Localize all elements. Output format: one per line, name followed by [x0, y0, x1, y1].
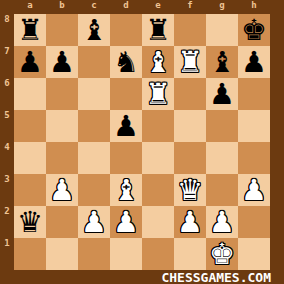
square-a8[interactable]: ♜	[14, 14, 46, 46]
black-pawn-h7: ♟	[241, 46, 267, 78]
black-queen-a2: ♛	[17, 206, 43, 238]
square-c3[interactable]	[78, 174, 110, 206]
square-f7[interactable]: ♜	[174, 46, 206, 78]
square-b8[interactable]	[46, 14, 78, 46]
file-label-d: d	[110, 0, 142, 14]
square-h5[interactable]	[238, 110, 270, 142]
square-c1[interactable]	[78, 238, 110, 270]
square-d6[interactable]	[110, 78, 142, 110]
white-rook-e6: ♜	[145, 78, 171, 110]
rank-label-2: 2	[0, 206, 14, 238]
white-pawn-h3: ♟	[241, 174, 267, 206]
white-pawn-g2: ♟	[209, 206, 235, 238]
square-f1[interactable]	[174, 238, 206, 270]
square-e2[interactable]	[142, 206, 174, 238]
chess-diagram: abcdefgh 87654321 ♜♝♜♚♟♟♞♝♜♝♟♜♟♟♟♝♛♟♛♟♟♟…	[0, 0, 284, 284]
square-c8[interactable]: ♝	[78, 14, 110, 46]
square-c4[interactable]	[78, 142, 110, 174]
square-b2[interactable]	[46, 206, 78, 238]
white-pawn-c2: ♟	[81, 206, 107, 238]
white-rook-f7: ♜	[177, 46, 203, 78]
rank-label-8: 8	[0, 14, 14, 46]
square-h6[interactable]	[238, 78, 270, 110]
square-g3[interactable]	[206, 174, 238, 206]
rank-label-7: 7	[0, 46, 14, 78]
square-e4[interactable]	[142, 142, 174, 174]
square-d7[interactable]: ♞	[110, 46, 142, 78]
square-c6[interactable]	[78, 78, 110, 110]
file-label-g: g	[206, 0, 238, 14]
square-c5[interactable]	[78, 110, 110, 142]
square-e6[interactable]: ♜	[142, 78, 174, 110]
white-pawn-b3: ♟	[49, 174, 75, 206]
white-pawn-f2: ♟	[177, 206, 203, 238]
square-b1[interactable]	[46, 238, 78, 270]
black-rook-e8: ♜	[145, 14, 171, 46]
square-f6[interactable]	[174, 78, 206, 110]
black-pawn-b7: ♟	[49, 46, 75, 78]
square-h4[interactable]	[238, 142, 270, 174]
square-h3[interactable]: ♟	[238, 174, 270, 206]
square-f5[interactable]	[174, 110, 206, 142]
square-a7[interactable]: ♟	[14, 46, 46, 78]
square-d8[interactable]	[110, 14, 142, 46]
square-d5[interactable]: ♟	[110, 110, 142, 142]
black-king-h8: ♚	[241, 14, 267, 46]
black-bishop-g7: ♝	[209, 46, 235, 78]
square-a1[interactable]	[14, 238, 46, 270]
square-h8[interactable]: ♚	[238, 14, 270, 46]
square-f2[interactable]: ♟	[174, 206, 206, 238]
white-queen-f3: ♛	[177, 174, 203, 206]
file-label-e: e	[142, 0, 174, 14]
file-label-f: f	[174, 0, 206, 14]
square-a4[interactable]	[14, 142, 46, 174]
square-g6[interactable]: ♟	[206, 78, 238, 110]
square-b4[interactable]	[46, 142, 78, 174]
square-g7[interactable]: ♝	[206, 46, 238, 78]
rank-label-4: 4	[0, 142, 14, 174]
square-f8[interactable]	[174, 14, 206, 46]
white-pawn-d2: ♟	[113, 206, 139, 238]
square-d4[interactable]	[110, 142, 142, 174]
chess-board: ♜♝♜♚♟♟♞♝♜♝♟♜♟♟♟♝♛♟♛♟♟♟♟♚	[14, 14, 270, 270]
square-b7[interactable]: ♟	[46, 46, 78, 78]
white-bishop-e7: ♝	[145, 46, 171, 78]
square-e7[interactable]: ♝	[142, 46, 174, 78]
square-c7[interactable]	[78, 46, 110, 78]
square-b5[interactable]	[46, 110, 78, 142]
square-g5[interactable]	[206, 110, 238, 142]
white-king-g1: ♚	[209, 238, 235, 270]
square-d1[interactable]	[110, 238, 142, 270]
square-f3[interactable]: ♛	[174, 174, 206, 206]
black-pawn-g6: ♟	[209, 78, 235, 110]
square-c2[interactable]: ♟	[78, 206, 110, 238]
file-labels: abcdefgh	[14, 0, 270, 14]
black-knight-d7: ♞	[113, 46, 139, 78]
file-label-h: h	[238, 0, 270, 14]
square-e5[interactable]	[142, 110, 174, 142]
square-h7[interactable]: ♟	[238, 46, 270, 78]
square-h2[interactable]	[238, 206, 270, 238]
square-g4[interactable]	[206, 142, 238, 174]
square-b3[interactable]: ♟	[46, 174, 78, 206]
square-a2[interactable]: ♛	[14, 206, 46, 238]
rank-labels: 87654321	[0, 14, 14, 270]
square-e3[interactable]	[142, 174, 174, 206]
square-e8[interactable]: ♜	[142, 14, 174, 46]
square-d2[interactable]: ♟	[110, 206, 142, 238]
square-d3[interactable]: ♝	[110, 174, 142, 206]
square-g8[interactable]	[206, 14, 238, 46]
file-label-a: a	[14, 0, 46, 14]
rank-label-3: 3	[0, 174, 14, 206]
rank-label-6: 6	[0, 78, 14, 110]
square-a3[interactable]	[14, 174, 46, 206]
black-rook-a8: ♜	[17, 14, 43, 46]
file-label-b: b	[46, 0, 78, 14]
chessgames-logo: CHESSGAMES.COM	[161, 270, 271, 284]
square-b6[interactable]	[46, 78, 78, 110]
square-h1[interactable]	[238, 238, 270, 270]
white-bishop-d3: ♝	[113, 174, 139, 206]
black-pawn-a7: ♟	[17, 46, 43, 78]
file-label-c: c	[78, 0, 110, 14]
square-f4[interactable]	[174, 142, 206, 174]
square-g2[interactable]: ♟	[206, 206, 238, 238]
square-a6[interactable]	[14, 78, 46, 110]
rank-label-1: 1	[0, 238, 14, 270]
black-bishop-c8: ♝	[81, 14, 107, 46]
rank-label-5: 5	[0, 110, 14, 142]
square-g1[interactable]: ♚	[206, 238, 238, 270]
square-a5[interactable]	[14, 110, 46, 142]
square-e1[interactable]	[142, 238, 174, 270]
black-pawn-d5: ♟	[113, 110, 139, 142]
